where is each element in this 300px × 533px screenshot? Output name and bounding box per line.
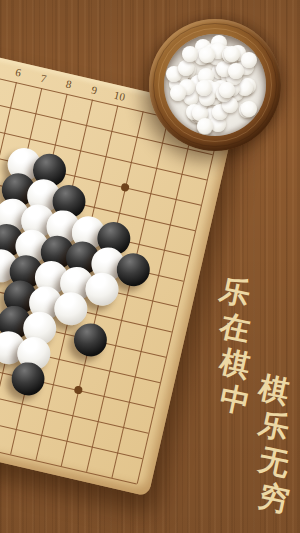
slogan-char: 中 (215, 379, 256, 421)
app-screen: 678910 乐在棋中 棋乐无穷 (0, 0, 300, 533)
column-label: 7 (40, 72, 48, 85)
grid-line (111, 123, 194, 478)
slogan-char: 穷 (254, 477, 295, 519)
stone-bowl (149, 19, 281, 151)
bowl-white-stone (197, 118, 213, 134)
bowl-stones-area (164, 34, 266, 136)
star-point (120, 183, 130, 193)
slogan-char: 在 (215, 307, 256, 349)
column-label: 9 (90, 83, 98, 96)
star-point (74, 385, 84, 395)
column-label: 10 (113, 89, 126, 103)
slogan-left: 乐在棋中 (218, 274, 252, 418)
slogan-char: 无 (254, 441, 295, 483)
slogan-char: 棋 (254, 369, 295, 411)
slogan-char: 乐 (254, 405, 295, 447)
bowl-white-stone (182, 46, 198, 62)
grid-line (137, 129, 220, 484)
slogan-char: 乐 (215, 271, 256, 313)
bowl-white-stone (241, 101, 257, 117)
column-label: 8 (65, 78, 73, 91)
slogan-right: 棋乐无穷 (257, 372, 291, 516)
black-stone (70, 320, 110, 360)
bowl-white-stone (241, 52, 257, 68)
slogan-char: 棋 (215, 343, 256, 385)
column-label: 6 (14, 66, 22, 79)
bowl-white-stone (228, 63, 244, 79)
